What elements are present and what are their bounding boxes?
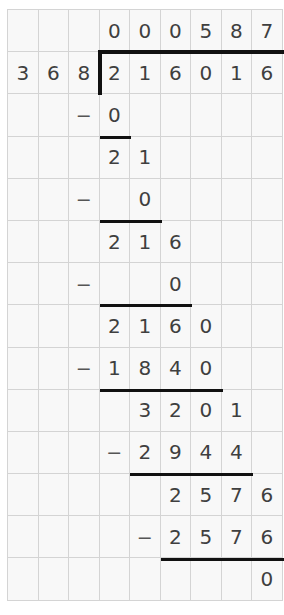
cell-r8-c3	[69, 305, 99, 346]
cell-r13-c4	[100, 516, 130, 557]
cell-r14-c9: 0	[252, 558, 282, 599]
cell-r13-c1	[8, 516, 38, 557]
cell-r8-c7: 0	[191, 305, 221, 346]
cell-r14-c1	[8, 558, 38, 599]
cell-r5-c9	[252, 179, 282, 220]
cell-r9-c5: 8	[130, 348, 160, 389]
cell-r4-c2	[39, 137, 69, 178]
cell-r6-c7	[191, 221, 221, 262]
cell-r4-c3	[69, 137, 99, 178]
cell-r2-c1: 3	[8, 52, 38, 93]
cell-r7-c7	[191, 263, 221, 304]
cell-r11-c7: 4	[191, 432, 221, 473]
long-division-board: 000587368216016−021−0216−02160−18403201−…	[7, 9, 283, 601]
cell-r6-c9	[252, 221, 282, 262]
cell-r1-c2	[39, 10, 69, 51]
cell-r4-c8	[222, 137, 252, 178]
cell-r13-c8: 7	[222, 516, 252, 557]
cell-r4-c7	[191, 137, 221, 178]
cell-r6-c1	[8, 221, 38, 262]
cell-r10-c6: 2	[161, 390, 191, 431]
cell-r1-c9: 7	[252, 10, 282, 51]
cell-r1-c8: 8	[222, 10, 252, 51]
cell-r8-c4: 2	[100, 305, 130, 346]
cell-r1-c5: 0	[130, 10, 160, 51]
cell-r11-c1	[8, 432, 38, 473]
minus-sign-r3-c3: −	[69, 94, 99, 135]
cell-r9-c1	[8, 348, 38, 389]
cell-r8-c2	[39, 305, 69, 346]
cell-r10-c2	[39, 390, 69, 431]
cell-r7-c1	[8, 263, 38, 304]
cell-r12-c2	[39, 474, 69, 515]
minus-sign-r7-c3: −	[69, 263, 99, 304]
cell-r10-c1	[8, 390, 38, 431]
cell-r13-c2	[39, 516, 69, 557]
cell-r13-c9: 6	[252, 516, 282, 557]
cell-r12-c5	[130, 474, 160, 515]
cell-r2-c7: 0	[191, 52, 221, 93]
cell-r13-c6: 2	[161, 516, 191, 557]
cell-r11-c2	[39, 432, 69, 473]
cell-r12-c9: 6	[252, 474, 282, 515]
minus-sign-r11-c4: −	[100, 432, 130, 473]
cell-r14-c2	[39, 558, 69, 599]
cell-r10-c7: 0	[191, 390, 221, 431]
cell-r7-c5	[130, 263, 160, 304]
cell-r14-c7	[191, 558, 221, 599]
cell-r8-c8	[222, 305, 252, 346]
cell-r8-c1	[8, 305, 38, 346]
cell-r1-c1	[8, 10, 38, 51]
cell-r10-c8: 1	[222, 390, 252, 431]
cell-r8-c5: 1	[130, 305, 160, 346]
cell-r1-c4: 0	[100, 10, 130, 51]
cell-r14-c4	[100, 558, 130, 599]
cell-r5-c4	[100, 179, 130, 220]
cell-r13-c7: 5	[191, 516, 221, 557]
cell-r5-c5: 0	[130, 179, 160, 220]
cell-r4-c4: 2	[100, 137, 130, 178]
cell-r3-c6	[161, 94, 191, 135]
cell-r10-c4	[100, 390, 130, 431]
cell-r12-c6: 2	[161, 474, 191, 515]
cell-r5-c7	[191, 179, 221, 220]
cell-r2-c6: 6	[161, 52, 191, 93]
cell-r13-c3	[69, 516, 99, 557]
cell-r4-c5: 1	[130, 137, 160, 178]
cell-r10-c9	[252, 390, 282, 431]
cell-r6-c5: 1	[130, 221, 160, 262]
cell-r3-c2	[39, 94, 69, 135]
cell-r14-c5	[130, 558, 160, 599]
cell-r14-c3	[69, 558, 99, 599]
cell-r11-c8: 4	[222, 432, 252, 473]
cell-r12-c4	[100, 474, 130, 515]
cell-r9-c9	[252, 348, 282, 389]
cell-r9-c8	[222, 348, 252, 389]
cell-r14-c6	[161, 558, 191, 599]
cell-r3-c4: 0	[100, 94, 130, 135]
cell-r5-c2	[39, 179, 69, 220]
cell-r7-c9	[252, 263, 282, 304]
cell-r7-c2	[39, 263, 69, 304]
cell-r3-c7	[191, 94, 221, 135]
cell-r2-c9: 6	[252, 52, 282, 93]
cell-r2-c4: 2	[100, 52, 130, 93]
cell-r6-c4: 2	[100, 221, 130, 262]
cell-r4-c6	[161, 137, 191, 178]
cell-r2-c8: 1	[222, 52, 252, 93]
cell-r3-c9	[252, 94, 282, 135]
minus-sign-r9-c3: −	[69, 348, 99, 389]
cell-r2-c3: 8	[69, 52, 99, 93]
cell-r12-c7: 5	[191, 474, 221, 515]
cell-r1-c3	[69, 10, 99, 51]
cell-r10-c5: 3	[130, 390, 160, 431]
cell-r9-c6: 4	[161, 348, 191, 389]
cell-r3-c5	[130, 94, 160, 135]
cell-r3-c1	[8, 94, 38, 135]
cell-r5-c8	[222, 179, 252, 220]
cell-r11-c6: 9	[161, 432, 191, 473]
cell-r12-c3	[69, 474, 99, 515]
cell-r9-c4: 1	[100, 348, 130, 389]
cell-r3-c8	[222, 94, 252, 135]
cell-r4-c1	[8, 137, 38, 178]
cell-r8-c6: 6	[161, 305, 191, 346]
cell-r8-c9	[252, 305, 282, 346]
cell-r12-c8: 7	[222, 474, 252, 515]
cell-r10-c3	[69, 390, 99, 431]
cell-r5-c6	[161, 179, 191, 220]
cell-r6-c3	[69, 221, 99, 262]
cell-r11-c3	[69, 432, 99, 473]
cell-r5-c1	[8, 179, 38, 220]
cell-r7-c8	[222, 263, 252, 304]
cell-r7-c6: 0	[161, 263, 191, 304]
cell-r14-c8	[222, 558, 252, 599]
cell-r11-c9	[252, 432, 282, 473]
cell-r6-c8	[222, 221, 252, 262]
cell-r9-c2	[39, 348, 69, 389]
cell-r9-c7: 0	[191, 348, 221, 389]
cell-r1-c6: 0	[161, 10, 191, 51]
cell-r1-c7: 5	[191, 10, 221, 51]
cell-r4-c9	[252, 137, 282, 178]
minus-sign-r13-c5: −	[130, 516, 160, 557]
cell-r6-c2	[39, 221, 69, 262]
cell-r7-c4	[100, 263, 130, 304]
minus-sign-r5-c3: −	[69, 179, 99, 220]
cell-r2-c2: 6	[39, 52, 69, 93]
cell-r6-c6: 6	[161, 221, 191, 262]
cell-r11-c5: 2	[130, 432, 160, 473]
cell-r12-c1	[8, 474, 38, 515]
cell-r2-c5: 1	[130, 52, 160, 93]
